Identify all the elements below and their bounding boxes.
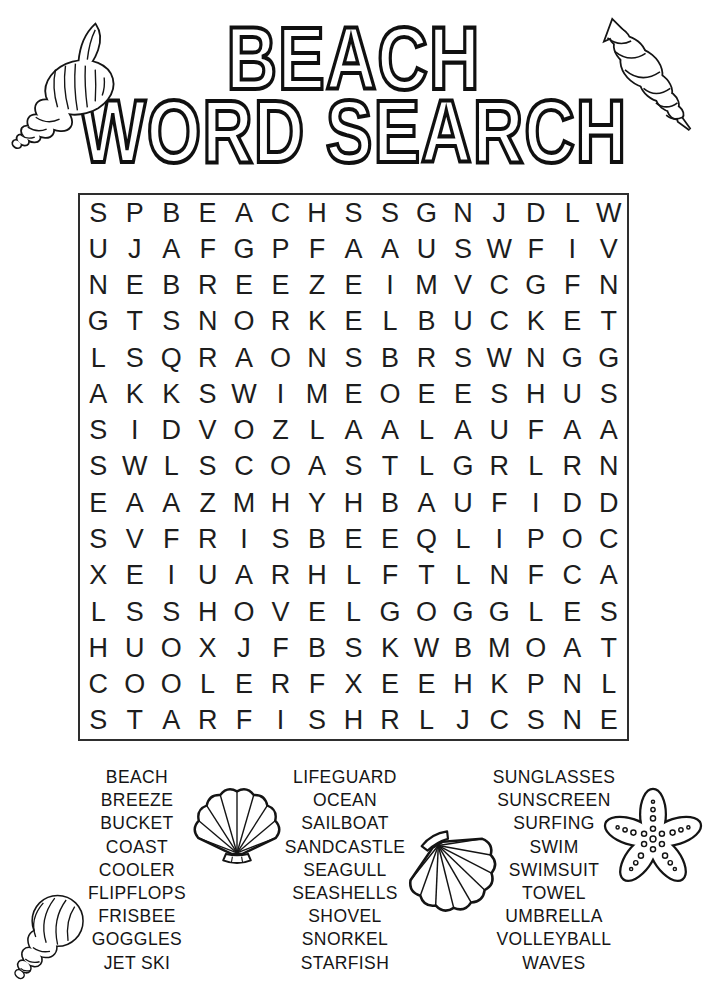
grid-cell[interactable]: T xyxy=(591,304,627,340)
grid-cell[interactable]: M xyxy=(481,630,517,666)
grid-cell[interactable]: O xyxy=(408,594,444,630)
grid-cell[interactable]: A xyxy=(335,413,371,449)
grid-cell[interactable]: G xyxy=(518,268,554,304)
grid-cell[interactable]: I xyxy=(116,413,152,449)
grid-cell[interactable]: S xyxy=(335,340,371,376)
grid-cell[interactable]: C xyxy=(481,304,517,340)
grid-cell[interactable]: M xyxy=(408,268,444,304)
grid-cell[interactable]: L xyxy=(518,449,554,485)
grid-cell[interactable]: C xyxy=(591,521,627,557)
grid-cell[interactable]: U xyxy=(189,558,225,594)
grid-cell[interactable]: L xyxy=(80,594,116,630)
grid-cell[interactable]: W xyxy=(116,449,152,485)
grid-cell[interactable]: S xyxy=(335,630,371,666)
grid-cell[interactable]: P xyxy=(518,521,554,557)
grid-cell[interactable]: S xyxy=(445,231,481,267)
grid-cell[interactable]: N xyxy=(445,195,481,231)
grid-cell[interactable]: A xyxy=(226,340,262,376)
grid-cell[interactable]: L xyxy=(335,558,371,594)
grid-cell[interactable]: L xyxy=(299,413,335,449)
grid-cell[interactable]: E xyxy=(445,376,481,412)
grid-cell[interactable]: K xyxy=(299,304,335,340)
grid-cell[interactable]: W xyxy=(591,195,627,231)
grid-cell[interactable]: W xyxy=(481,231,517,267)
grid-cell[interactable]: G xyxy=(591,340,627,376)
grid-cell[interactable]: T xyxy=(591,630,627,666)
grid-cell[interactable]: N xyxy=(591,268,627,304)
grid-cell[interactable]: C xyxy=(481,703,517,739)
grid-cell[interactable]: O xyxy=(518,630,554,666)
grid-cell[interactable]: G xyxy=(481,594,517,630)
grid-cell[interactable]: T xyxy=(408,558,444,594)
word-list-item: WAVES xyxy=(449,952,659,975)
grid-cell[interactable]: U xyxy=(116,630,152,666)
grid-cell[interactable]: E xyxy=(335,304,371,340)
word-search-grid: SPBEACHSSGNJDLWUJAFGPFAAUSWFIVNEBREEZEIM… xyxy=(78,193,629,741)
grid-cell[interactable]: O xyxy=(153,666,189,702)
grid-cell[interactable]: V xyxy=(445,268,481,304)
grid-cell[interactable]: S xyxy=(153,594,189,630)
grid-cell[interactable]: A xyxy=(153,231,189,267)
grid-cell[interactable]: N xyxy=(591,449,627,485)
grid-cell[interactable]: L xyxy=(408,413,444,449)
grid-cell[interactable]: S xyxy=(189,449,225,485)
grid-cell[interactable]: N xyxy=(299,340,335,376)
grid-cell[interactable]: P xyxy=(116,195,152,231)
grid-cell[interactable]: Z xyxy=(189,485,225,521)
grid-cell[interactable]: B xyxy=(445,630,481,666)
grid-cell[interactable]: H xyxy=(189,594,225,630)
grid-cell[interactable]: I xyxy=(518,485,554,521)
grid-cell[interactable]: E xyxy=(80,485,116,521)
grid-cell[interactable]: X xyxy=(189,630,225,666)
grid-cell[interactable]: V xyxy=(262,594,298,630)
grid-cell[interactable]: J xyxy=(481,195,517,231)
grid-cell[interactable]: A xyxy=(335,231,371,267)
grid-cell[interactable]: B xyxy=(299,630,335,666)
word-list-item: SNORKEL xyxy=(240,928,450,951)
grid-cell[interactable]: K xyxy=(481,666,517,702)
grid-cell[interactable]: B xyxy=(153,195,189,231)
grid-cell[interactable]: I xyxy=(372,268,408,304)
grid-cell[interactable]: E xyxy=(335,521,371,557)
grid-cell[interactable]: C xyxy=(481,268,517,304)
grid-cell[interactable]: S xyxy=(116,594,152,630)
grid-cell[interactable]: W xyxy=(408,630,444,666)
grid-cell[interactable]: E xyxy=(554,304,590,340)
grid-cell[interactable]: S xyxy=(80,413,116,449)
grid-cell[interactable]: S xyxy=(299,703,335,739)
grid-cell[interactable]: N xyxy=(554,703,590,739)
grid-cell[interactable]: E xyxy=(335,268,371,304)
worksheet: BEACH WORD SEARCH xyxy=(0,0,707,1000)
grid-cell[interactable]: X xyxy=(80,558,116,594)
grid-cell[interactable]: A xyxy=(153,703,189,739)
grid-cell[interactable]: N xyxy=(80,268,116,304)
grid-cell[interactable]: F xyxy=(481,485,517,521)
grid-cell[interactable]: T xyxy=(116,304,152,340)
grid-cell[interactable]: I xyxy=(262,376,298,412)
spiral-shell-icon xyxy=(592,16,695,136)
grid-cell[interactable]: U xyxy=(445,304,481,340)
grid-cell[interactable]: Q xyxy=(153,340,189,376)
grid-cell[interactable]: P xyxy=(518,666,554,702)
grid-cell[interactable]: H xyxy=(335,703,371,739)
grid-cell[interactable]: S xyxy=(591,594,627,630)
grid-cell[interactable]: V xyxy=(189,413,225,449)
grid-cell[interactable]: S xyxy=(481,376,517,412)
grid-cell[interactable]: P xyxy=(262,231,298,267)
grid-cell[interactable]: R xyxy=(372,703,408,739)
grid-cell[interactable]: F xyxy=(262,630,298,666)
grid-cell[interactable]: O xyxy=(116,666,152,702)
grid-cell[interactable]: S xyxy=(80,195,116,231)
grid-cell[interactable]: E xyxy=(372,666,408,702)
grid-cell[interactable]: C xyxy=(262,195,298,231)
grid-cell[interactable]: O xyxy=(153,630,189,666)
grid-cell[interactable]: F xyxy=(518,231,554,267)
grid-cell[interactable]: R xyxy=(262,304,298,340)
grid-cell[interactable]: L xyxy=(445,558,481,594)
grid-cell[interactable]: N xyxy=(518,340,554,376)
grid-cell[interactable]: R xyxy=(189,268,225,304)
grid-cell[interactable]: E xyxy=(408,376,444,412)
grid-cell[interactable]: A xyxy=(591,413,627,449)
grid-cell[interactable]: E xyxy=(335,376,371,412)
grid-cell[interactable]: V xyxy=(116,521,152,557)
grid-cell[interactable]: S xyxy=(153,304,189,340)
grid-cell[interactable]: J xyxy=(226,630,262,666)
grid-cell[interactable]: F xyxy=(189,231,225,267)
grid-cell[interactable]: S xyxy=(262,521,298,557)
grid-cell[interactable]: F xyxy=(226,703,262,739)
grid-cell[interactable]: L xyxy=(554,195,590,231)
grid-cell[interactable]: O xyxy=(372,376,408,412)
grid-cell[interactable]: L xyxy=(80,340,116,376)
grid-cell[interactable]: K xyxy=(153,376,189,412)
grid-cell[interactable]: S xyxy=(80,521,116,557)
grid-cell[interactable]: R xyxy=(189,340,225,376)
grid-cell[interactable]: V xyxy=(591,231,627,267)
grid-cell[interactable]: H xyxy=(262,485,298,521)
grid-cell[interactable]: A xyxy=(408,485,444,521)
grid-cell[interactable]: S xyxy=(335,195,371,231)
grid-cell[interactable]: B xyxy=(372,485,408,521)
grid-cell[interactable]: F xyxy=(153,521,189,557)
grid-cell[interactable]: N xyxy=(189,304,225,340)
grid-cell[interactable]: S xyxy=(518,703,554,739)
starfish-icon xyxy=(604,788,702,888)
grid-cell[interactable]: X xyxy=(335,666,371,702)
word-list-item: VOLLEYBALL xyxy=(449,928,659,951)
word-list-item: STARFISH xyxy=(240,952,450,975)
grid-cell[interactable]: K xyxy=(116,376,152,412)
grid-cell[interactable]: G xyxy=(372,594,408,630)
grid-cell[interactable]: O xyxy=(226,304,262,340)
grid-cell[interactable]: Z xyxy=(262,413,298,449)
grid-cell[interactable]: E xyxy=(226,666,262,702)
grid-cell[interactable]: J xyxy=(445,703,481,739)
grid-cell[interactable]: H xyxy=(518,376,554,412)
conch-shell-icon xyxy=(4,20,126,144)
grid-cell[interactable]: U xyxy=(481,413,517,449)
grid-cell[interactable]: A xyxy=(554,630,590,666)
grid-cell[interactable]: J xyxy=(116,231,152,267)
grid-cell[interactable]: O xyxy=(226,594,262,630)
grid-cell[interactable]: E xyxy=(189,195,225,231)
grid-cell[interactable]: S xyxy=(80,703,116,739)
grid-cell[interactable]: K xyxy=(372,630,408,666)
grid-cell[interactable]: A xyxy=(226,195,262,231)
grid-cell[interactable]: I xyxy=(226,521,262,557)
grid-cell[interactable]: D xyxy=(591,485,627,521)
grid-cell[interactable]: E xyxy=(116,558,152,594)
grid-cell[interactable]: G xyxy=(445,594,481,630)
scallop-shell-icon xyxy=(191,779,283,869)
grid-cell[interactable]: R xyxy=(408,340,444,376)
grid-cell[interactable]: S xyxy=(189,376,225,412)
grid-cell[interactable]: L xyxy=(335,594,371,630)
grid-cell[interactable]: T xyxy=(116,703,152,739)
grid-cell[interactable]: E xyxy=(591,703,627,739)
grid-cell[interactable]: C xyxy=(80,666,116,702)
grid-cell[interactable]: S xyxy=(591,376,627,412)
grid-cell[interactable]: H xyxy=(80,630,116,666)
grid-cell[interactable]: E xyxy=(299,594,335,630)
grid-cell[interactable]: L xyxy=(189,666,225,702)
grid-cell[interactable]: L xyxy=(408,703,444,739)
grid-cell[interactable]: A xyxy=(153,485,189,521)
grid-cell[interactable]: G xyxy=(408,195,444,231)
grid-cell[interactable]: O xyxy=(262,340,298,376)
grid-cell[interactable]: O xyxy=(226,413,262,449)
grid-cell[interactable]: A xyxy=(80,376,116,412)
grid-cell[interactable]: B xyxy=(153,268,189,304)
grid-cell[interactable]: F xyxy=(554,268,590,304)
grid-cell[interactable]: O xyxy=(554,521,590,557)
grid-cell[interactable]: R xyxy=(481,449,517,485)
grid-cell[interactable]: A xyxy=(372,413,408,449)
grid-cell[interactable]: E xyxy=(262,268,298,304)
grid-cell[interactable]: A xyxy=(116,485,152,521)
grid-cell[interactable]: R xyxy=(554,449,590,485)
grid-cell[interactable]: C xyxy=(554,558,590,594)
grid-cell[interactable]: T xyxy=(372,449,408,485)
grid-cell[interactable]: H xyxy=(335,485,371,521)
grid-cell[interactable]: B xyxy=(372,340,408,376)
grid-cell[interactable]: F xyxy=(518,558,554,594)
grid-cell[interactable]: E xyxy=(372,521,408,557)
grid-cell[interactable]: S xyxy=(372,195,408,231)
grid-cell[interactable]: L xyxy=(518,594,554,630)
grid-cell[interactable]: O xyxy=(262,449,298,485)
grid-cell[interactable]: F xyxy=(518,413,554,449)
grid-cell[interactable]: L xyxy=(408,449,444,485)
grid-cell[interactable]: S xyxy=(80,449,116,485)
grid-cell[interactable]: S xyxy=(116,340,152,376)
grid-cell[interactable]: A xyxy=(226,558,262,594)
grid-cell[interactable]: K xyxy=(518,304,554,340)
grid-cell[interactable]: F xyxy=(372,558,408,594)
grid-cell[interactable]: E xyxy=(226,268,262,304)
grid-cell[interactable]: E xyxy=(116,268,152,304)
grid-cell[interactable]: S xyxy=(445,340,481,376)
grid-cell[interactable]: B xyxy=(299,521,335,557)
grid-cell[interactable]: S xyxy=(335,449,371,485)
grid-cell[interactable]: A xyxy=(445,413,481,449)
grid-cell[interactable]: R xyxy=(262,558,298,594)
grid-cell[interactable]: E xyxy=(554,594,590,630)
grid-cell[interactable]: Y xyxy=(299,485,335,521)
grid-cell[interactable]: R xyxy=(189,521,225,557)
grid-cell[interactable]: M xyxy=(226,485,262,521)
grid-cell[interactable]: L xyxy=(372,304,408,340)
grid-cell[interactable]: U xyxy=(445,485,481,521)
snail-shell-icon xyxy=(12,890,88,986)
grid-cell[interactable]: I xyxy=(262,703,298,739)
grid-cell[interactable]: A xyxy=(591,558,627,594)
grid-cell[interactable]: I xyxy=(153,558,189,594)
grid-cell[interactable]: Z xyxy=(299,268,335,304)
grid-cell[interactable]: A xyxy=(372,231,408,267)
grid-cell[interactable]: H xyxy=(299,558,335,594)
grid-cell[interactable]: L xyxy=(153,449,189,485)
grid-cell[interactable]: R xyxy=(189,703,225,739)
grid-cell[interactable]: R xyxy=(262,666,298,702)
grid-cell[interactable]: D xyxy=(153,413,189,449)
grid-cell[interactable]: G xyxy=(445,449,481,485)
grid-cell[interactable]: B xyxy=(408,304,444,340)
grid-cell[interactable]: M xyxy=(299,376,335,412)
grid-cell[interactable]: U xyxy=(80,231,116,267)
grid-cell[interactable]: Q xyxy=(408,521,444,557)
grid-cell[interactable]: N xyxy=(481,558,517,594)
grid-cell[interactable]: W xyxy=(481,340,517,376)
grid-cell[interactable]: A xyxy=(554,413,590,449)
grid-cell[interactable]: E xyxy=(408,666,444,702)
grid-cell[interactable]: I xyxy=(554,231,590,267)
grid-cell[interactable]: H xyxy=(299,195,335,231)
grid-cell[interactable]: A xyxy=(299,449,335,485)
grid-cell[interactable]: I xyxy=(481,521,517,557)
grid-cell[interactable]: U xyxy=(408,231,444,267)
grid-cell[interactable]: U xyxy=(554,376,590,412)
grid-cell[interactable]: F xyxy=(299,666,335,702)
grid-cell[interactable]: N xyxy=(554,666,590,702)
grid-cell[interactable]: D xyxy=(518,195,554,231)
grid-cell[interactable]: L xyxy=(445,521,481,557)
grid-cell[interactable]: H xyxy=(445,666,481,702)
grid-cell[interactable]: G xyxy=(554,340,590,376)
grid-cell[interactable]: F xyxy=(299,231,335,267)
grid-cell[interactable]: D xyxy=(554,485,590,521)
scallop-shell-tilted-icon xyxy=(404,822,502,920)
grid-cell[interactable]: L xyxy=(591,666,627,702)
grid-cell[interactable]: W xyxy=(226,376,262,412)
grid-cell[interactable]: C xyxy=(226,449,262,485)
grid-cell[interactable]: G xyxy=(226,231,262,267)
word-list-item: SUNGLASSES xyxy=(449,766,659,789)
grid-cell[interactable]: G xyxy=(80,304,116,340)
